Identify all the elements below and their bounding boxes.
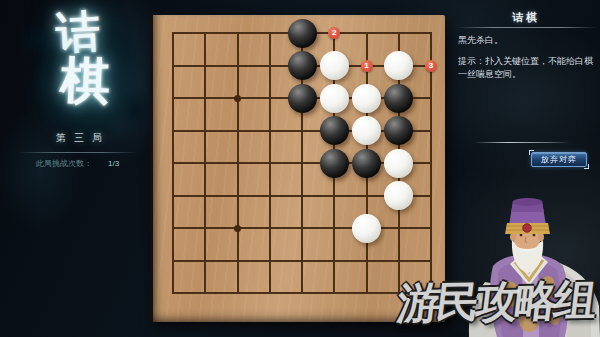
stone-white xyxy=(320,51,349,80)
stone-black xyxy=(384,116,413,145)
stone-white xyxy=(384,51,413,80)
stone-white xyxy=(384,181,413,210)
stone-white xyxy=(352,116,381,145)
star-point xyxy=(234,225,241,232)
grid-line-horizontal xyxy=(172,227,432,229)
move-marker: 3 xyxy=(425,60,437,72)
game-screen: 诘 棋 第三局 此局挑战次数： 1/3 213 诘棋 黑先杀白。 提示：扑入关键… xyxy=(0,0,600,337)
go-board[interactable]: 213 xyxy=(150,15,445,322)
stone-black xyxy=(320,149,349,178)
stone-black xyxy=(288,19,317,48)
puzzle-title-calligraphy: 诘 棋 xyxy=(0,10,160,106)
stone-black xyxy=(288,84,317,113)
move-marker: 1 xyxy=(361,60,373,72)
grid-line-horizontal xyxy=(172,260,432,262)
watermark-text: 游民攻略组 xyxy=(395,278,600,325)
stone-black xyxy=(320,116,349,145)
move-marker: 2 xyxy=(328,27,340,39)
grid-line-horizontal xyxy=(172,292,432,294)
panel-divider-bottom xyxy=(474,142,571,143)
panel-title: 诘棋 xyxy=(455,10,597,25)
stone-black xyxy=(352,149,381,178)
problem-text: 黑先杀白。 xyxy=(458,34,598,47)
round-label: 第三局 xyxy=(18,131,140,145)
title-char-2: 棋 xyxy=(9,52,161,108)
stone-white xyxy=(320,84,349,113)
attempts-row: 此局挑战次数： 1/3 xyxy=(18,157,138,169)
stone-white xyxy=(352,84,381,113)
stone-white xyxy=(352,214,381,243)
stone-black xyxy=(384,84,413,113)
give-up-button[interactable]: 放弃对弈 xyxy=(531,152,587,167)
sidebar-divider xyxy=(18,152,138,153)
star-point xyxy=(234,95,241,102)
stone-white xyxy=(384,149,413,178)
attempts-value: 1/3 xyxy=(108,159,119,168)
stone-black xyxy=(288,51,317,80)
panel-divider-top xyxy=(457,27,597,28)
hint-text: 提示：扑入关键位置，不能给白棋一丝喘息空间。 xyxy=(458,55,600,81)
attempts-label: 此局挑战次数： xyxy=(36,158,92,169)
